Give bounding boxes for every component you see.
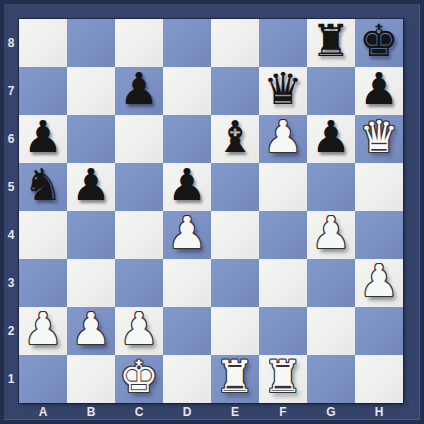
piece-white-rook-f1[interactable]: ♜	[263, 353, 302, 401]
square-g7[interactable]	[307, 67, 355, 115]
square-f1[interactable]: ♜	[259, 355, 307, 403]
square-d7[interactable]	[163, 67, 211, 115]
square-e8[interactable]	[211, 19, 259, 67]
piece-white-queen-h6[interactable]: ♛	[359, 113, 398, 161]
piece-black-pawn-c7[interactable]: ♟	[119, 65, 158, 113]
file-label-a: A	[19, 403, 67, 420]
square-a1[interactable]	[19, 355, 67, 403]
square-e2[interactable]	[211, 307, 259, 355]
square-g3[interactable]	[307, 259, 355, 307]
piece-black-pawn-a6[interactable]: ♟	[23, 113, 62, 161]
square-e6[interactable]: ♝	[211, 115, 259, 163]
piece-black-pawn-h7[interactable]: ♟	[359, 65, 398, 113]
square-a6[interactable]: ♟	[19, 115, 67, 163]
square-a2[interactable]: ♟	[19, 307, 67, 355]
square-c8[interactable]	[115, 19, 163, 67]
file-label-d: D	[163, 403, 211, 420]
square-g2[interactable]	[307, 307, 355, 355]
square-f4[interactable]	[259, 211, 307, 259]
rank-labels: 87654321	[4, 19, 19, 403]
square-c4[interactable]	[115, 211, 163, 259]
chess-board-frame: 87654321 ♜♚♟♛♟♟♝♟♟♛♞♟♟♟♟♟♟♟♟♚♜♜ ABCDEFGH	[0, 0, 424, 424]
piece-black-rook-g8[interactable]: ♜	[311, 17, 350, 65]
file-label-h: H	[355, 403, 403, 420]
file-label-f: F	[259, 403, 307, 420]
piece-white-rook-e1[interactable]: ♜	[215, 353, 254, 401]
file-label-e: E	[211, 403, 259, 420]
piece-white-pawn-f6[interactable]: ♟	[263, 113, 302, 161]
piece-white-pawn-g4[interactable]: ♟	[311, 209, 350, 257]
piece-black-bishop-e6[interactable]: ♝	[215, 113, 254, 161]
square-f8[interactable]	[259, 19, 307, 67]
square-a4[interactable]	[19, 211, 67, 259]
square-g6[interactable]: ♟	[307, 115, 355, 163]
piece-black-pawn-b5[interactable]: ♟	[71, 161, 110, 209]
square-c7[interactable]: ♟	[115, 67, 163, 115]
rank-label-5: 5	[4, 163, 18, 211]
rank-label-4: 4	[4, 211, 18, 259]
rank-label-6: 6	[4, 115, 18, 163]
square-c3[interactable]	[115, 259, 163, 307]
square-h7[interactable]: ♟	[355, 67, 403, 115]
square-e5[interactable]	[211, 163, 259, 211]
rank-label-2: 2	[4, 307, 18, 355]
square-d2[interactable]	[163, 307, 211, 355]
square-e1[interactable]: ♜	[211, 355, 259, 403]
piece-black-knight-a5[interactable]: ♞	[23, 161, 62, 209]
piece-white-king-c1[interactable]: ♚	[119, 353, 158, 401]
piece-black-pawn-g6[interactable]: ♟	[311, 113, 350, 161]
file-labels: ABCDEFGH	[19, 403, 403, 420]
piece-white-pawn-d4[interactable]: ♟	[167, 209, 206, 257]
square-b6[interactable]	[67, 115, 115, 163]
square-f2[interactable]	[259, 307, 307, 355]
square-h5[interactable]	[355, 163, 403, 211]
file-label-c: C	[115, 403, 163, 420]
rank-label-1: 1	[4, 355, 18, 403]
square-f7[interactable]: ♛	[259, 67, 307, 115]
square-a8[interactable]	[19, 19, 67, 67]
square-h1[interactable]	[355, 355, 403, 403]
rank-label-8: 8	[4, 19, 18, 67]
square-g5[interactable]	[307, 163, 355, 211]
square-g8[interactable]: ♜	[307, 19, 355, 67]
rank-label-7: 7	[4, 67, 18, 115]
square-b5[interactable]: ♟	[67, 163, 115, 211]
piece-white-pawn-a2[interactable]: ♟	[23, 305, 62, 353]
square-b4[interactable]	[67, 211, 115, 259]
square-c5[interactable]	[115, 163, 163, 211]
file-label-b: B	[67, 403, 115, 420]
square-h2[interactable]	[355, 307, 403, 355]
square-d4[interactable]: ♟	[163, 211, 211, 259]
square-d8[interactable]	[163, 19, 211, 67]
square-a7[interactable]	[19, 67, 67, 115]
square-d3[interactable]	[163, 259, 211, 307]
square-f6[interactable]: ♟	[259, 115, 307, 163]
square-e3[interactable]	[211, 259, 259, 307]
file-label-g: G	[307, 403, 355, 420]
square-g1[interactable]	[307, 355, 355, 403]
square-c2[interactable]: ♟	[115, 307, 163, 355]
square-b1[interactable]	[67, 355, 115, 403]
square-b7[interactable]	[67, 67, 115, 115]
square-d5[interactable]: ♟	[163, 163, 211, 211]
piece-black-queen-f7[interactable]: ♛	[263, 65, 302, 113]
piece-black-pawn-d5[interactable]: ♟	[167, 161, 206, 209]
square-b3[interactable]	[67, 259, 115, 307]
square-f5[interactable]	[259, 163, 307, 211]
piece-black-king-h8[interactable]: ♚	[359, 17, 398, 65]
square-h6[interactable]: ♛	[355, 115, 403, 163]
square-b8[interactable]	[67, 19, 115, 67]
rank-label-3: 3	[4, 259, 18, 307]
square-e4[interactable]	[211, 211, 259, 259]
square-e7[interactable]	[211, 67, 259, 115]
square-h4[interactable]	[355, 211, 403, 259]
square-h8[interactable]: ♚	[355, 19, 403, 67]
square-a5[interactable]: ♞	[19, 163, 67, 211]
square-a3[interactable]	[19, 259, 67, 307]
square-d1[interactable]	[163, 355, 211, 403]
square-f3[interactable]	[259, 259, 307, 307]
chess-board: ♜♚♟♛♟♟♝♟♟♛♞♟♟♟♟♟♟♟♟♚♜♜	[19, 19, 403, 403]
square-b2[interactable]: ♟	[67, 307, 115, 355]
square-c6[interactable]	[115, 115, 163, 163]
square-c1[interactable]: ♚	[115, 355, 163, 403]
piece-white-pawn-b2[interactable]: ♟	[71, 305, 110, 353]
piece-white-pawn-h3[interactable]: ♟	[359, 257, 398, 305]
piece-white-pawn-c2[interactable]: ♟	[119, 305, 158, 353]
square-g4[interactable]: ♟	[307, 211, 355, 259]
square-d6[interactable]	[163, 115, 211, 163]
square-h3[interactable]: ♟	[355, 259, 403, 307]
